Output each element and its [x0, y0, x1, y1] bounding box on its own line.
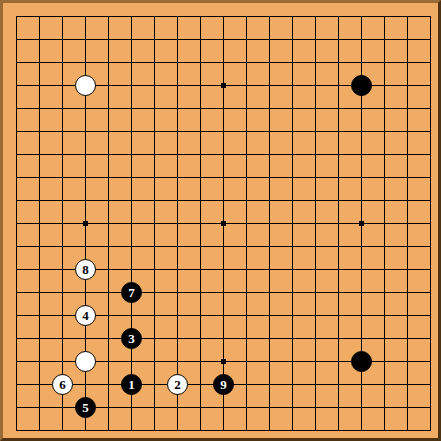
stone-black-d2[interactable]: 5: [75, 397, 96, 418]
grid-line-vertical: [430, 16, 431, 431]
grid-line-horizontal: [16, 246, 431, 247]
stone-white-h3[interactable]: 2: [167, 374, 188, 395]
move-number: 3: [128, 332, 135, 345]
move-number: 8: [82, 263, 89, 276]
move-number: 7: [128, 286, 135, 299]
stone-white-d4[interactable]: [75, 351, 96, 372]
stone-black-q16[interactable]: [351, 75, 372, 96]
grid-line-vertical: [246, 16, 247, 431]
go-board[interactable]: 123456789: [0, 0, 441, 441]
grid-line-vertical: [384, 16, 385, 431]
star-point: [221, 221, 226, 226]
stone-black-f7[interactable]: 7: [121, 282, 142, 303]
stone-black-q4[interactable]: [351, 351, 372, 372]
stone-white-d6[interactable]: 4: [75, 305, 96, 326]
grid-line-vertical: [407, 16, 408, 431]
move-number: 9: [220, 378, 227, 391]
stone-black-f3[interactable]: 1: [121, 374, 142, 395]
stone-black-f5[interactable]: 3: [121, 328, 142, 349]
grid-line-horizontal: [16, 338, 431, 339]
stone-white-d16[interactable]: [75, 75, 96, 96]
grid-line-vertical: [269, 16, 270, 431]
star-point: [221, 359, 226, 364]
move-number: 2: [174, 378, 181, 391]
star-point: [221, 83, 226, 88]
stone-black-k3[interactable]: 9: [213, 374, 234, 395]
grid-line-horizontal: [16, 292, 431, 293]
move-number: 4: [82, 309, 89, 322]
move-number: 1: [128, 378, 135, 391]
star-point: [83, 221, 88, 226]
stone-white-c3[interactable]: 6: [52, 374, 73, 395]
stone-white-d8[interactable]: 8: [75, 259, 96, 280]
grid-line-horizontal: [16, 430, 431, 431]
move-number: 6: [59, 378, 66, 391]
grid-line-vertical: [292, 16, 293, 431]
grid-line-vertical: [315, 16, 316, 431]
star-point: [359, 221, 364, 226]
grid-line-vertical: [338, 16, 339, 431]
move-number: 5: [82, 401, 89, 414]
